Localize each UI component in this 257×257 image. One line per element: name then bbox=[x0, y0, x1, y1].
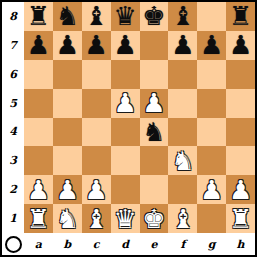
square-c4[interactable] bbox=[82, 118, 111, 147]
square-f4[interactable] bbox=[168, 118, 197, 147]
white-bishop-f1[interactable]: ♝ bbox=[171, 206, 194, 232]
white-pawn-b2[interactable]: ♟ bbox=[56, 177, 79, 203]
white-pawn-h2[interactable]: ♟ bbox=[229, 177, 252, 203]
square-f2[interactable] bbox=[168, 175, 197, 204]
white-pawn-d5[interactable]: ♟ bbox=[113, 90, 136, 116]
white-to-move-indicator-icon bbox=[5, 236, 22, 253]
square-b6[interactable] bbox=[53, 60, 82, 89]
square-d2[interactable] bbox=[111, 175, 140, 204]
square-h8[interactable]: ♜ bbox=[226, 2, 255, 31]
file-label-e: e bbox=[140, 233, 169, 255]
rank-label-1: 1 bbox=[2, 204, 24, 233]
file-label-c: c bbox=[82, 233, 111, 255]
square-b3[interactable] bbox=[53, 146, 82, 175]
rank-label-3: 3 bbox=[2, 146, 24, 175]
square-a5[interactable] bbox=[24, 89, 53, 118]
white-rook-a1[interactable]: ♜ bbox=[27, 206, 50, 232]
square-a4[interactable] bbox=[24, 118, 53, 147]
black-queen-d8[interactable]: ♛ bbox=[113, 3, 136, 29]
black-pawn-c7[interactable]: ♟ bbox=[85, 32, 108, 58]
square-g5[interactable] bbox=[197, 89, 226, 118]
square-c8[interactable]: ♝ bbox=[82, 2, 111, 31]
square-f8[interactable]: ♝ bbox=[168, 2, 197, 31]
square-d5[interactable]: ♟ bbox=[111, 89, 140, 118]
square-d7[interactable]: ♟ bbox=[111, 31, 140, 60]
rank-labels: 87654321 bbox=[2, 2, 24, 233]
square-b1[interactable]: ♞ bbox=[53, 204, 82, 233]
black-king-e8[interactable]: ♚ bbox=[142, 3, 165, 29]
black-pawn-h7[interactable]: ♟ bbox=[229, 32, 252, 58]
square-e6[interactable] bbox=[140, 60, 169, 89]
white-pawn-a2[interactable]: ♟ bbox=[27, 177, 50, 203]
square-g4[interactable] bbox=[197, 118, 226, 147]
file-label-h: h bbox=[226, 233, 255, 255]
square-g6[interactable] bbox=[197, 60, 226, 89]
rank-label-7: 7 bbox=[2, 31, 24, 60]
square-c2[interactable]: ♟ bbox=[82, 175, 111, 204]
square-a7[interactable]: ♟ bbox=[24, 31, 53, 60]
file-label-d: d bbox=[111, 233, 140, 255]
square-g7[interactable]: ♟ bbox=[197, 31, 226, 60]
square-a1[interactable]: ♜ bbox=[24, 204, 53, 233]
square-g8[interactable] bbox=[197, 2, 226, 31]
black-pawn-f7[interactable]: ♟ bbox=[171, 32, 194, 58]
square-e8[interactable]: ♚ bbox=[140, 2, 169, 31]
square-d3[interactable] bbox=[111, 146, 140, 175]
white-pawn-e5[interactable]: ♟ bbox=[142, 90, 165, 116]
square-b5[interactable] bbox=[53, 89, 82, 118]
square-g1[interactable] bbox=[197, 204, 226, 233]
black-rook-a8[interactable]: ♜ bbox=[27, 3, 50, 29]
rank-label-4: 4 bbox=[2, 118, 24, 147]
square-e4[interactable]: ♞ bbox=[140, 118, 169, 147]
file-label-b: b bbox=[53, 233, 82, 255]
white-knight-b1[interactable]: ♞ bbox=[56, 206, 79, 232]
black-pawn-d7[interactable]: ♟ bbox=[113, 32, 136, 58]
white-pawn-g2[interactable]: ♟ bbox=[200, 177, 223, 203]
square-f6[interactable] bbox=[168, 60, 197, 89]
square-e7[interactable] bbox=[140, 31, 169, 60]
square-d6[interactable] bbox=[111, 60, 140, 89]
square-b4[interactable] bbox=[53, 118, 82, 147]
chess-diagram: 87654321 ♜♞♝♛♚♝♜♟♟♟♟♟♟♟♟♟♞♞♟♟♟♟♟♜♞♝♛♚♝♜ … bbox=[0, 0, 257, 257]
square-f5[interactable] bbox=[168, 89, 197, 118]
white-queen-d1[interactable]: ♛ bbox=[113, 206, 136, 232]
square-a6[interactable] bbox=[24, 60, 53, 89]
black-bishop-c8[interactable]: ♝ bbox=[85, 3, 108, 29]
square-h6[interactable] bbox=[226, 60, 255, 89]
square-d4[interactable] bbox=[111, 118, 140, 147]
square-c6[interactable] bbox=[82, 60, 111, 89]
file-label-f: f bbox=[168, 233, 197, 255]
white-bishop-c1[interactable]: ♝ bbox=[85, 206, 108, 232]
square-a2[interactable]: ♟ bbox=[24, 175, 53, 204]
file-label-g: g bbox=[197, 233, 226, 255]
square-h5[interactable] bbox=[226, 89, 255, 118]
square-b2[interactable]: ♟ bbox=[53, 175, 82, 204]
square-b8[interactable]: ♞ bbox=[53, 2, 82, 31]
square-d8[interactable]: ♛ bbox=[111, 2, 140, 31]
black-bishop-f8[interactable]: ♝ bbox=[171, 3, 194, 29]
black-rook-h8[interactable]: ♜ bbox=[229, 3, 252, 29]
rank-label-5: 5 bbox=[2, 89, 24, 118]
square-h1[interactable]: ♜ bbox=[226, 204, 255, 233]
square-a3[interactable] bbox=[24, 146, 53, 175]
square-h3[interactable] bbox=[226, 146, 255, 175]
square-e1[interactable]: ♚ bbox=[140, 204, 169, 233]
square-g2[interactable]: ♟ bbox=[197, 175, 226, 204]
square-e3[interactable] bbox=[140, 146, 169, 175]
square-f3[interactable]: ♞ bbox=[168, 146, 197, 175]
square-f7[interactable]: ♟ bbox=[168, 31, 197, 60]
black-pawn-a7[interactable]: ♟ bbox=[27, 32, 50, 58]
square-c3[interactable] bbox=[82, 146, 111, 175]
square-f1[interactable]: ♝ bbox=[168, 204, 197, 233]
square-d1[interactable]: ♛ bbox=[111, 204, 140, 233]
square-c5[interactable] bbox=[82, 89, 111, 118]
side-to-move-corner bbox=[2, 233, 24, 255]
black-knight-b8[interactable]: ♞ bbox=[56, 3, 79, 29]
square-a8[interactable]: ♜ bbox=[24, 2, 53, 31]
chess-board[interactable]: ♜♞♝♛♚♝♜♟♟♟♟♟♟♟♟♟♞♞♟♟♟♟♟♜♞♝♛♚♝♜ bbox=[24, 2, 255, 233]
white-king-e1[interactable]: ♚ bbox=[142, 206, 165, 232]
square-e2[interactable] bbox=[140, 175, 169, 204]
square-e5[interactable]: ♟ bbox=[140, 89, 169, 118]
black-pawn-g7[interactable]: ♟ bbox=[200, 32, 223, 58]
square-c1[interactable]: ♝ bbox=[82, 204, 111, 233]
square-h4[interactable] bbox=[226, 118, 255, 147]
rank-label-8: 8 bbox=[2, 2, 24, 31]
white-pawn-c2[interactable]: ♟ bbox=[85, 177, 108, 203]
file-label-a: a bbox=[24, 233, 53, 255]
black-knight-e4[interactable]: ♞ bbox=[142, 119, 165, 145]
black-pawn-b7[interactable]: ♟ bbox=[56, 32, 79, 58]
square-h2[interactable]: ♟ bbox=[226, 175, 255, 204]
square-h7[interactable]: ♟ bbox=[226, 31, 255, 60]
rank-label-6: 6 bbox=[2, 60, 24, 89]
square-b7[interactable]: ♟ bbox=[53, 31, 82, 60]
white-rook-h1[interactable]: ♜ bbox=[229, 206, 252, 232]
file-labels: abcdefgh bbox=[24, 233, 255, 255]
white-knight-f3[interactable]: ♞ bbox=[171, 148, 194, 174]
rank-label-2: 2 bbox=[2, 175, 24, 204]
square-c7[interactable]: ♟ bbox=[82, 31, 111, 60]
square-g3[interactable] bbox=[197, 146, 226, 175]
